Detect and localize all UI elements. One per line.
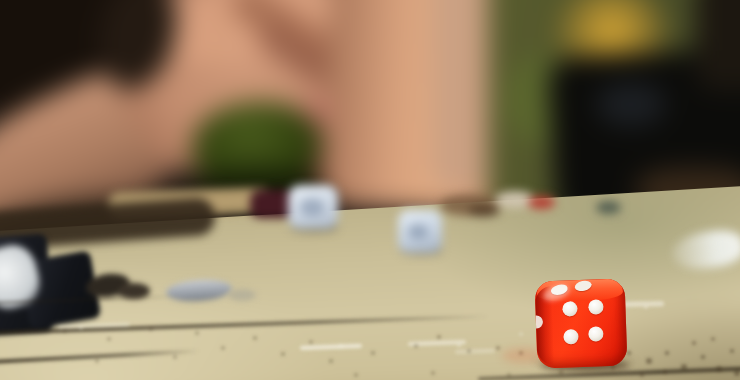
white-scratch-mark (455, 349, 495, 354)
front-face-pip (562, 301, 578, 317)
table-detail-layer (0, 0, 740, 380)
front-face-pip (563, 329, 579, 345)
wood-plank-groove (0, 349, 200, 364)
front-face-pip (588, 326, 604, 342)
dice-photo-scene (0, 0, 740, 380)
wood-texture-light-specks (0, 0, 2, 2)
white-scratch-mark (408, 340, 466, 346)
white-scratch-mark (300, 344, 362, 350)
red-die-showing-four (535, 278, 628, 368)
silver-coin (165, 278, 232, 304)
front-face-pip (588, 299, 604, 315)
coin (228, 289, 256, 301)
